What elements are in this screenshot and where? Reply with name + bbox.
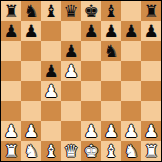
square-c3[interactable] (41, 101, 61, 121)
black-king[interactable]: ♚ (83, 1, 98, 21)
square-a1[interactable]: ♜ (1, 141, 21, 161)
square-c2[interactable] (41, 121, 61, 141)
square-f6[interactable]: ♞ (101, 41, 121, 61)
square-a2[interactable]: ♟ (1, 121, 21, 141)
square-c7[interactable] (41, 21, 61, 41)
white-pawn[interactable]: ♟ (3, 121, 18, 141)
square-g7[interactable]: ♟ (121, 21, 141, 41)
square-b1[interactable]: ♞ (21, 141, 41, 161)
square-c1[interactable]: ♝ (41, 141, 61, 161)
square-a7[interactable]: ♟ (1, 21, 21, 41)
black-pawn[interactable]: ♟ (43, 61, 58, 81)
square-e8[interactable]: ♚ (81, 1, 101, 21)
black-knight[interactable]: ♞ (23, 1, 38, 21)
black-pawn[interactable]: ♟ (103, 21, 118, 41)
square-h4[interactable] (141, 81, 161, 101)
square-d4[interactable] (61, 81, 81, 101)
square-e5[interactable] (81, 61, 101, 81)
square-e6[interactable] (81, 41, 101, 61)
square-e3[interactable] (81, 101, 101, 121)
white-bishop[interactable]: ♝ (43, 141, 58, 161)
square-f2[interactable]: ♟ (101, 121, 121, 141)
square-c5[interactable]: ♟ (41, 61, 61, 81)
black-pawn[interactable]: ♟ (83, 21, 98, 41)
square-g4[interactable] (121, 81, 141, 101)
black-knight[interactable]: ♞ (103, 41, 118, 61)
white-pawn[interactable]: ♟ (123, 121, 138, 141)
square-a5[interactable] (1, 61, 21, 81)
white-pawn[interactable]: ♟ (83, 121, 98, 141)
square-g1[interactable]: ♞ (121, 141, 141, 161)
square-h8[interactable]: ♜ (141, 1, 161, 21)
black-queen[interactable]: ♛ (63, 1, 78, 21)
square-f7[interactable]: ♟ (101, 21, 121, 41)
square-f4[interactable] (101, 81, 121, 101)
white-bishop[interactable]: ♝ (103, 141, 118, 161)
white-knight[interactable]: ♞ (23, 141, 38, 161)
black-pawn[interactable]: ♟ (23, 21, 38, 41)
square-g5[interactable] (121, 61, 141, 81)
square-b6[interactable] (21, 41, 41, 61)
black-bishop[interactable]: ♝ (43, 1, 58, 21)
square-h6[interactable] (141, 41, 161, 61)
square-b7[interactable]: ♟ (21, 21, 41, 41)
white-rook[interactable]: ♜ (3, 141, 18, 161)
square-h7[interactable]: ♟ (141, 21, 161, 41)
square-g6[interactable] (121, 41, 141, 61)
black-pawn[interactable]: ♟ (143, 21, 158, 41)
square-a6[interactable] (1, 41, 21, 61)
square-f1[interactable]: ♝ (101, 141, 121, 161)
square-c6[interactable] (41, 41, 61, 61)
square-g3[interactable] (121, 101, 141, 121)
square-b2[interactable]: ♟ (21, 121, 41, 141)
white-pawn[interactable]: ♟ (143, 121, 158, 141)
square-e1[interactable]: ♚ (81, 141, 101, 161)
square-a3[interactable] (1, 101, 21, 121)
square-f3[interactable] (101, 101, 121, 121)
white-pawn[interactable]: ♟ (103, 121, 118, 141)
square-h1[interactable]: ♜ (141, 141, 161, 161)
white-pawn[interactable]: ♟ (63, 61, 78, 81)
chess-board: ♜♞♝♛♚♝♜♟♟♟♟♟♟♟♞♟♟♟♟♟♟♟♟♟♜♞♝♛♚♝♞♜ (0, 0, 162, 162)
square-b8[interactable]: ♞ (21, 1, 41, 21)
white-queen[interactable]: ♛ (63, 141, 78, 161)
square-c8[interactable]: ♝ (41, 1, 61, 21)
black-pawn[interactable]: ♟ (123, 21, 138, 41)
square-d2[interactable] (61, 121, 81, 141)
white-king[interactable]: ♚ (83, 141, 98, 161)
square-f8[interactable]: ♝ (101, 1, 121, 21)
square-a4[interactable] (1, 81, 21, 101)
black-rook[interactable]: ♜ (3, 1, 18, 21)
square-d1[interactable]: ♛ (61, 141, 81, 161)
square-b3[interactable] (21, 101, 41, 121)
black-rook[interactable]: ♜ (143, 1, 158, 21)
square-h5[interactable] (141, 61, 161, 81)
square-d8[interactable]: ♛ (61, 1, 81, 21)
black-pawn[interactable]: ♟ (3, 21, 18, 41)
square-e4[interactable] (81, 81, 101, 101)
black-bishop[interactable]: ♝ (103, 1, 118, 21)
square-d3[interactable] (61, 101, 81, 121)
square-a8[interactable]: ♜ (1, 1, 21, 21)
square-d5[interactable]: ♟ (61, 61, 81, 81)
square-g2[interactable]: ♟ (121, 121, 141, 141)
white-knight[interactable]: ♞ (123, 141, 138, 161)
white-pawn[interactable]: ♟ (43, 81, 58, 101)
square-h3[interactable] (141, 101, 161, 121)
square-d7[interactable] (61, 21, 81, 41)
square-d6[interactable]: ♟ (61, 41, 81, 61)
white-pawn[interactable]: ♟ (23, 121, 38, 141)
square-b5[interactable] (21, 61, 41, 81)
black-pawn[interactable]: ♟ (63, 41, 78, 61)
square-e7[interactable]: ♟ (81, 21, 101, 41)
square-b4[interactable] (21, 81, 41, 101)
square-e2[interactable]: ♟ (81, 121, 101, 141)
square-c4[interactable]: ♟ (41, 81, 61, 101)
white-rook[interactable]: ♜ (143, 141, 158, 161)
square-h2[interactable]: ♟ (141, 121, 161, 141)
square-f5[interactable] (101, 61, 121, 81)
square-g8[interactable] (121, 1, 141, 21)
